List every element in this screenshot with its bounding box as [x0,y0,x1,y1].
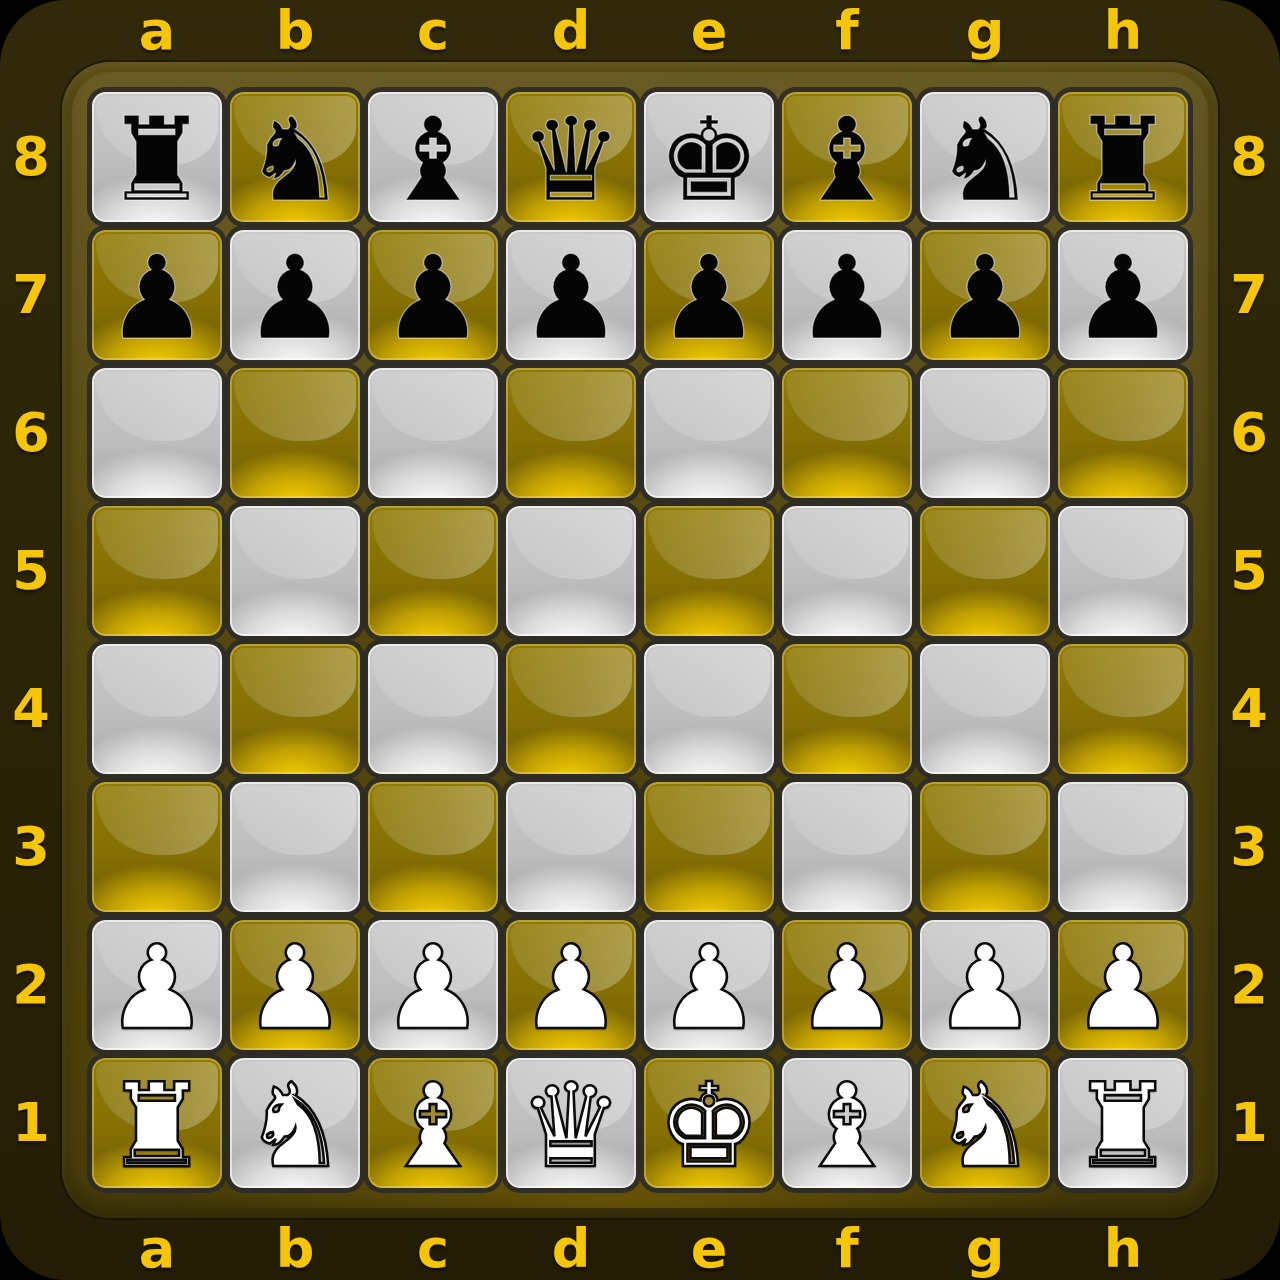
square-g2[interactable]: ♟ [920,920,1050,1050]
piece-white-rook[interactable]: ♜ [1071,1068,1175,1184]
square-a5[interactable] [92,506,222,636]
piece-white-pawn[interactable]: ♟ [933,930,1037,1046]
piece-black-pawn[interactable]: ♟ [381,240,485,356]
file-label-h: h [1058,0,1188,62]
square-a8[interactable]: ♜ [92,92,222,222]
piece-white-pawn[interactable]: ♟ [243,930,347,1046]
piece-white-pawn[interactable]: ♟ [381,930,485,1046]
square-a7[interactable]: ♟ [92,230,222,360]
rank-label-8: 8 [0,92,62,222]
piece-white-pawn[interactable]: ♟ [657,930,761,1046]
square-d2[interactable]: ♟ [506,920,636,1050]
rank-label-7: 7 [1218,230,1280,360]
file-label-f: f [782,1218,912,1280]
square-b1[interactable]: ♞ [230,1058,360,1188]
piece-black-knight[interactable]: ♞ [933,102,1037,218]
piece-white-queen[interactable]: ♛ [519,1068,623,1184]
square-g7[interactable]: ♟ [920,230,1050,360]
file-label-f: f [782,0,912,62]
file-label-g: g [920,0,1050,62]
square-b2[interactable]: ♟ [230,920,360,1050]
file-label-e: e [644,1218,774,1280]
square-h6[interactable] [1058,368,1188,498]
piece-black-pawn[interactable]: ♟ [795,240,899,356]
square-e4[interactable] [644,644,774,774]
square-e7[interactable]: ♟ [644,230,774,360]
rank-labels-left: 87654321 [0,92,62,1188]
file-label-a: a [92,1218,222,1280]
square-h7[interactable]: ♟ [1058,230,1188,360]
square-g4[interactable] [920,644,1050,774]
square-c1[interactable]: ♝ [368,1058,498,1188]
square-h4[interactable] [1058,644,1188,774]
square-d6[interactable] [506,368,636,498]
file-label-b: b [230,0,360,62]
square-g3[interactable] [920,782,1050,912]
file-label-c: c [368,0,498,62]
square-d4[interactable] [506,644,636,774]
piece-white-pawn[interactable]: ♟ [105,930,209,1046]
file-label-d: d [506,1218,636,1280]
square-h2[interactable]: ♟ [1058,920,1188,1050]
file-label-h: h [1058,1218,1188,1280]
square-g6[interactable] [920,368,1050,498]
piece-white-knight[interactable]: ♞ [243,1068,347,1184]
square-b7[interactable]: ♟ [230,230,360,360]
square-a6[interactable] [92,368,222,498]
piece-white-bishop[interactable]: ♝ [381,1068,485,1184]
square-f4[interactable] [782,644,912,774]
square-g5[interactable] [920,506,1050,636]
square-b3[interactable] [230,782,360,912]
piece-white-king[interactable]: ♚ [657,1068,761,1184]
square-e1[interactable]: ♚ [644,1058,774,1188]
board: ♜♞♝♛♚♝♞♜♟♟♟♟♟♟♟♟♟♟♟♟♟♟♟♟♜♞♝♛♚♝♞♜ [92,92,1188,1188]
square-c2[interactable]: ♟ [368,920,498,1050]
square-f3[interactable] [782,782,912,912]
square-d8[interactable]: ♛ [506,92,636,222]
square-c6[interactable] [368,368,498,498]
square-h3[interactable] [1058,782,1188,912]
piece-white-pawn[interactable]: ♟ [519,930,623,1046]
square-c3[interactable] [368,782,498,912]
square-e2[interactable]: ♟ [644,920,774,1050]
square-h1[interactable]: ♜ [1058,1058,1188,1188]
square-c7[interactable]: ♟ [368,230,498,360]
square-e8[interactable]: ♚ [644,92,774,222]
square-g1[interactable]: ♞ [920,1058,1050,1188]
piece-black-bishop[interactable]: ♝ [381,102,485,218]
piece-black-pawn[interactable]: ♟ [933,240,1037,356]
square-a4[interactable] [92,644,222,774]
square-d7[interactable]: ♟ [506,230,636,360]
square-b6[interactable] [230,368,360,498]
square-c4[interactable] [368,644,498,774]
rank-label-1: 1 [1218,1058,1280,1188]
square-b4[interactable] [230,644,360,774]
rank-label-5: 5 [1218,506,1280,636]
piece-black-king[interactable]: ♚ [657,102,761,218]
piece-black-knight[interactable]: ♞ [243,102,347,218]
square-c8[interactable]: ♝ [368,92,498,222]
file-label-g: g [920,1218,1050,1280]
file-labels-top: abcdefgh [92,0,1188,62]
rank-label-8: 8 [1218,92,1280,222]
piece-black-rook[interactable]: ♜ [1071,102,1175,218]
rank-label-1: 1 [0,1058,62,1188]
square-e5[interactable] [644,506,774,636]
square-b8[interactable]: ♞ [230,92,360,222]
rank-label-2: 2 [1218,920,1280,1050]
square-h8[interactable]: ♜ [1058,92,1188,222]
piece-black-queen[interactable]: ♛ [519,102,623,218]
square-d1[interactable]: ♛ [506,1058,636,1188]
piece-black-pawn[interactable]: ♟ [657,240,761,356]
file-label-a: a [92,0,222,62]
square-f8[interactable]: ♝ [782,92,912,222]
piece-white-knight[interactable]: ♞ [933,1068,1037,1184]
square-f7[interactable]: ♟ [782,230,912,360]
square-f1[interactable]: ♝ [782,1058,912,1188]
piece-black-pawn[interactable]: ♟ [243,240,347,356]
rank-labels-right: 87654321 [1218,92,1280,1188]
square-b5[interactable] [230,506,360,636]
square-d3[interactable] [506,782,636,912]
file-label-b: b [230,1218,360,1280]
square-f5[interactable] [782,506,912,636]
rank-label-2: 2 [0,920,62,1050]
square-f6[interactable] [782,368,912,498]
piece-white-rook[interactable]: ♜ [105,1068,209,1184]
rank-label-3: 3 [1218,782,1280,912]
file-label-e: e [644,0,774,62]
square-a3[interactable] [92,782,222,912]
square-a2[interactable]: ♟ [92,920,222,1050]
square-d5[interactable] [506,506,636,636]
piece-black-pawn[interactable]: ♟ [1071,240,1175,356]
square-g8[interactable]: ♞ [920,92,1050,222]
rank-label-4: 4 [0,644,62,774]
square-e3[interactable] [644,782,774,912]
rank-label-5: 5 [0,506,62,636]
square-h5[interactable] [1058,506,1188,636]
rank-label-7: 7 [0,230,62,360]
piece-black-pawn[interactable]: ♟ [105,240,209,356]
square-a1[interactable]: ♜ [92,1058,222,1188]
square-f2[interactable]: ♟ [782,920,912,1050]
file-label-d: d [506,0,636,62]
piece-black-pawn[interactable]: ♟ [519,240,623,356]
rank-label-6: 6 [1218,368,1280,498]
rank-label-4: 4 [1218,644,1280,774]
rank-label-6: 6 [0,368,62,498]
piece-white-pawn[interactable]: ♟ [795,930,899,1046]
file-labels-bottom: abcdefgh [92,1218,1188,1280]
piece-white-bishop[interactable]: ♝ [795,1068,899,1184]
rank-label-3: 3 [0,782,62,912]
square-e6[interactable] [644,368,774,498]
square-c5[interactable] [368,506,498,636]
piece-black-bishop[interactable]: ♝ [795,102,899,218]
piece-black-rook[interactable]: ♜ [105,102,209,218]
piece-white-pawn[interactable]: ♟ [1071,930,1175,1046]
file-label-c: c [368,1218,498,1280]
